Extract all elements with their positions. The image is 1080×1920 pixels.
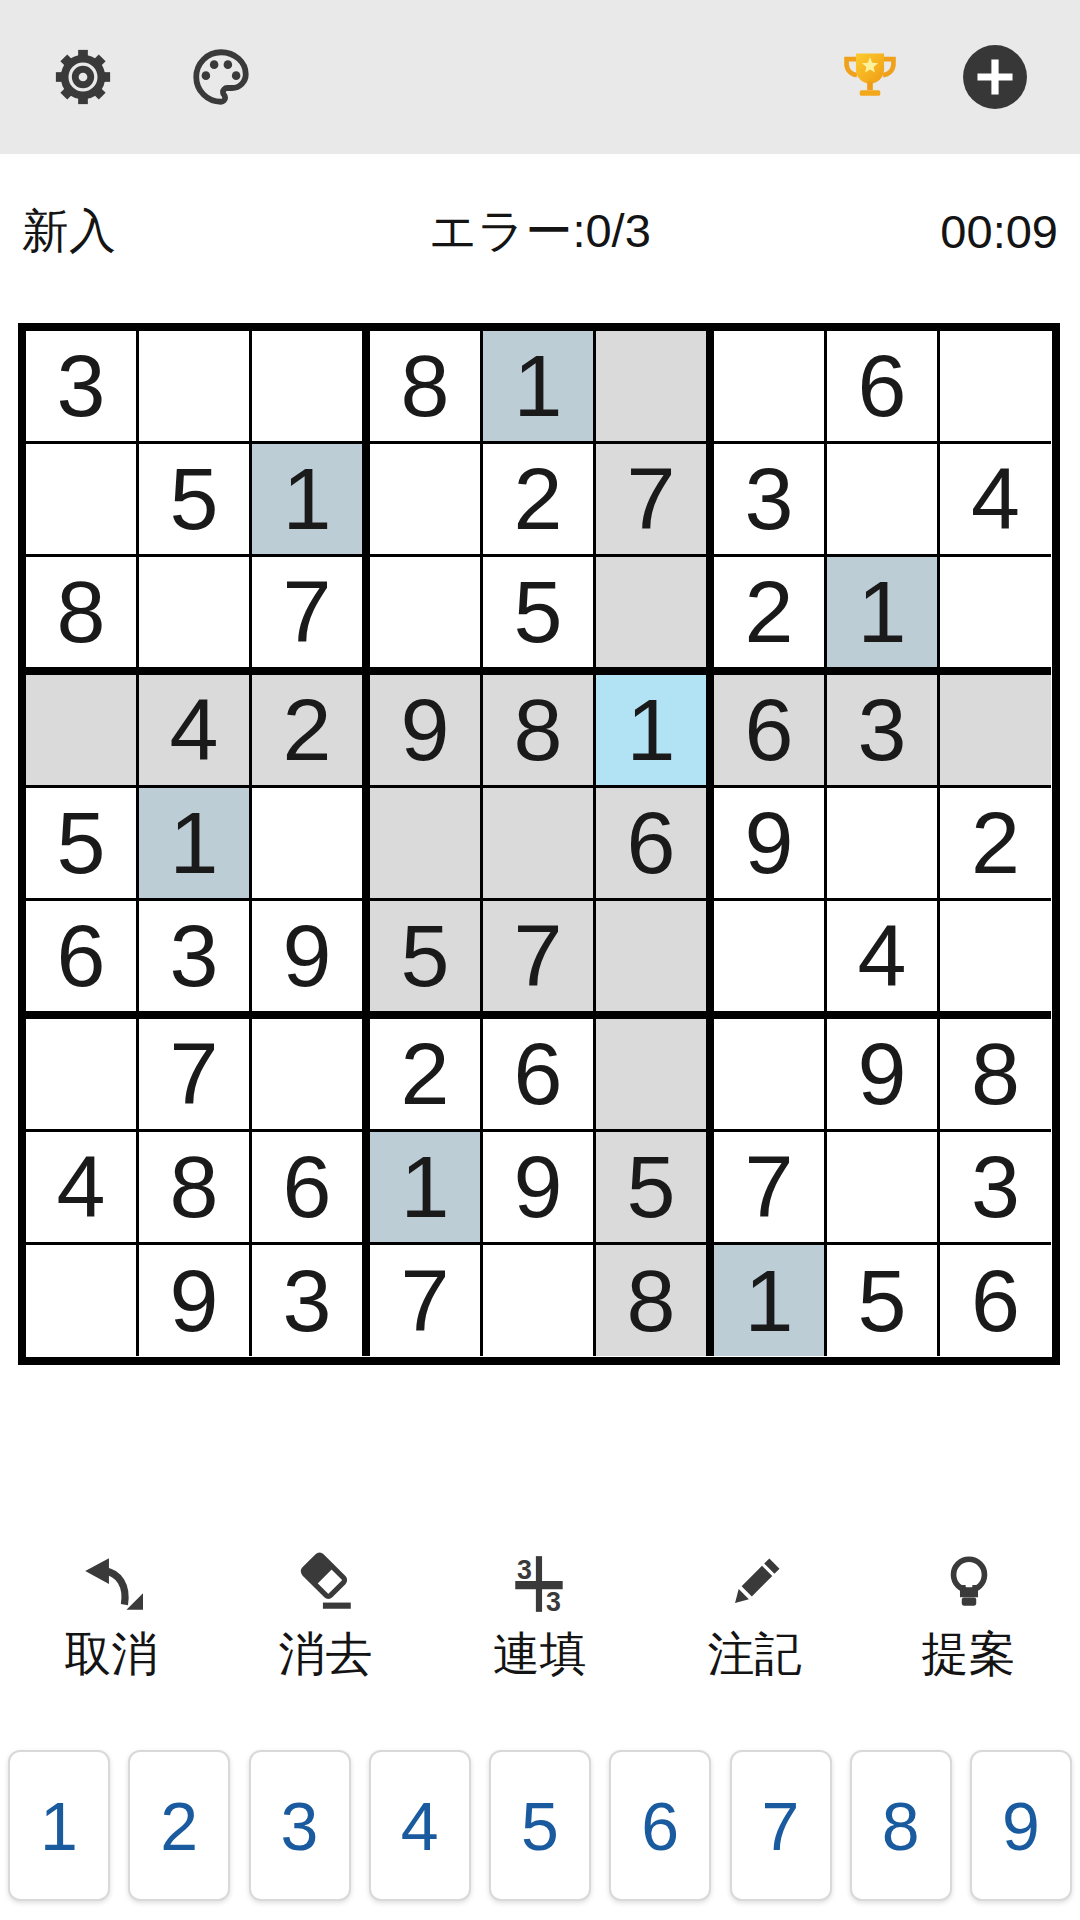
- status-bar: 新入 エラー:0/3 00:09: [0, 200, 1080, 263]
- hint-label: 提案: [922, 1623, 1016, 1686]
- cell-r4c5[interactable]: 8: [483, 675, 596, 788]
- cell-r7c2[interactable]: 7: [139, 1019, 252, 1132]
- settings-button[interactable]: [52, 46, 114, 108]
- cell-r2c1[interactable]: [26, 444, 139, 557]
- timer: 00:09: [713, 204, 1058, 259]
- cell-r6c4[interactable]: 5: [370, 901, 483, 1019]
- cell-r1c3[interactable]: [252, 331, 370, 444]
- cell-r8c3[interactable]: 6: [252, 1132, 370, 1245]
- cell-r4c6[interactable]: 1: [596, 675, 714, 788]
- theme-button[interactable]: [188, 44, 254, 110]
- eraser-icon: [293, 1551, 359, 1617]
- cell-r9c1[interactable]: [26, 1245, 139, 1356]
- cell-r9c5[interactable]: [483, 1245, 596, 1356]
- erase-label: 消去: [279, 1623, 373, 1686]
- cell-r6c2[interactable]: 3: [139, 901, 252, 1019]
- cell-r3c9[interactable]: [940, 557, 1051, 675]
- cell-r6c1[interactable]: 6: [26, 901, 139, 1019]
- sudoku-board: 3816512734875214298163516926395747269848…: [18, 323, 1060, 1365]
- cell-r5c7[interactable]: 9: [714, 788, 827, 901]
- cell-r9c2[interactable]: 9: [139, 1245, 252, 1356]
- toolbar: 取消 消去 3 3 連填 注記: [0, 1551, 1080, 1686]
- numpad-key-9[interactable]: 9: [970, 1750, 1072, 1901]
- undo-icon: [78, 1551, 144, 1617]
- cell-r6c7[interactable]: [714, 901, 827, 1019]
- plus-icon: [962, 44, 1028, 110]
- cell-r9c7[interactable]: 1: [714, 1245, 827, 1356]
- cell-r6c5[interactable]: 7: [483, 901, 596, 1019]
- numpad-key-4[interactable]: 4: [369, 1750, 471, 1901]
- cell-r7c1[interactable]: [26, 1019, 139, 1132]
- cell-r4c4[interactable]: 9: [370, 675, 483, 788]
- gear-icon: [52, 46, 114, 108]
- cell-r2c6[interactable]: 7: [596, 444, 714, 557]
- cell-r3c5[interactable]: 5: [483, 557, 596, 675]
- cell-r8c8[interactable]: [827, 1132, 940, 1245]
- cell-r1c2[interactable]: [139, 331, 252, 444]
- cell-r5c2[interactable]: 1: [139, 788, 252, 901]
- difficulty-label: 新入: [22, 200, 367, 263]
- cell-r5c6[interactable]: 6: [596, 788, 714, 901]
- cell-r8c5[interactable]: 9: [483, 1132, 596, 1245]
- numpad-key-3[interactable]: 3: [249, 1750, 351, 1901]
- cell-r9c9[interactable]: 6: [940, 1245, 1051, 1356]
- cell-r4c1[interactable]: [26, 675, 139, 788]
- cell-r2c5[interactable]: 2: [483, 444, 596, 557]
- cell-r3c1[interactable]: 8: [26, 557, 139, 675]
- cell-r3c8[interactable]: 1: [827, 557, 940, 675]
- cell-r1c8[interactable]: 6: [827, 331, 940, 444]
- cell-r2c4[interactable]: [370, 444, 483, 557]
- cell-r1c9[interactable]: [940, 331, 1051, 444]
- cell-r4c2[interactable]: 4: [139, 675, 252, 788]
- error-counter: エラー:0/3: [367, 200, 712, 263]
- cell-r5c5[interactable]: [483, 788, 596, 901]
- cell-r8c1[interactable]: 4: [26, 1132, 139, 1245]
- cell-r7c4[interactable]: 2: [370, 1019, 483, 1132]
- chain-fill-count-bottom: 3: [546, 1587, 561, 1617]
- cell-r2c2[interactable]: 5: [139, 444, 252, 557]
- cell-r2c3[interactable]: 1: [252, 444, 370, 557]
- cell-r6c3[interactable]: 9: [252, 901, 370, 1019]
- number-pad: 123456789: [0, 1750, 1080, 1901]
- cell-r1c7[interactable]: [714, 331, 827, 444]
- numpad-key-7[interactable]: 7: [730, 1750, 832, 1901]
- cell-r5c1[interactable]: 5: [26, 788, 139, 901]
- cell-r5c4[interactable]: [370, 788, 483, 901]
- cell-r8c6[interactable]: 5: [596, 1132, 714, 1245]
- cell-r5c8[interactable]: [827, 788, 940, 901]
- cell-r8c4[interactable]: 1: [370, 1132, 483, 1245]
- hint-button[interactable]: 提案: [862, 1551, 1076, 1686]
- numpad-key-5[interactable]: 5: [489, 1750, 591, 1901]
- cell-r6c9[interactable]: [940, 901, 1051, 1019]
- new-game-button[interactable]: [962, 44, 1028, 110]
- cell-r6c8[interactable]: 4: [827, 901, 940, 1019]
- trophy-icon: [840, 47, 900, 107]
- erase-button[interactable]: 消去: [218, 1551, 432, 1686]
- cell-r3c2[interactable]: [139, 557, 252, 675]
- cell-r2c8[interactable]: [827, 444, 940, 557]
- notes-label: 注記: [707, 1623, 801, 1686]
- cell-r9c6[interactable]: 8: [596, 1245, 714, 1356]
- cell-r1c1[interactable]: 3: [26, 331, 139, 444]
- cell-r1c6[interactable]: [596, 331, 714, 444]
- cell-r9c8[interactable]: 5: [827, 1245, 940, 1356]
- cell-r8c9[interactable]: 3: [940, 1132, 1051, 1245]
- cell-r8c7[interactable]: 7: [714, 1132, 827, 1245]
- cell-r1c4[interactable]: 8: [370, 331, 483, 444]
- top-bar: [0, 0, 1080, 154]
- achievements-button[interactable]: [840, 47, 900, 107]
- lightbulb-icon: [936, 1551, 1002, 1617]
- cell-r7c8[interactable]: 9: [827, 1019, 940, 1132]
- cell-r7c3[interactable]: [252, 1019, 370, 1132]
- cell-r1c5[interactable]: 1: [483, 331, 596, 444]
- palette-icon: [188, 44, 254, 110]
- cell-r9c4[interactable]: 7: [370, 1245, 483, 1356]
- numpad-key-8[interactable]: 8: [850, 1750, 952, 1901]
- chain-fill-label: 連填: [493, 1623, 587, 1686]
- numpad-key-2[interactable]: 2: [128, 1750, 230, 1901]
- cell-r4c3[interactable]: 2: [252, 675, 370, 788]
- cell-r4c8[interactable]: 3: [827, 675, 940, 788]
- undo-button[interactable]: 取消: [4, 1551, 218, 1686]
- pencil-icon: [721, 1551, 787, 1617]
- numpad-key-1[interactable]: 1: [8, 1750, 110, 1901]
- cell-r5c9[interactable]: 2: [940, 788, 1051, 901]
- cell-r5c3[interactable]: [252, 788, 370, 901]
- cell-r7c9[interactable]: 8: [940, 1019, 1051, 1132]
- notes-button[interactable]: 注記: [647, 1551, 861, 1686]
- chain-fill-icon: 3 3: [507, 1551, 573, 1617]
- undo-label: 取消: [64, 1623, 158, 1686]
- cell-r6c6[interactable]: [596, 901, 714, 1019]
- cell-r3c7[interactable]: 2: [714, 557, 827, 675]
- cell-r4c9[interactable]: [940, 675, 1051, 788]
- cell-r2c7[interactable]: 3: [714, 444, 827, 557]
- cell-r3c3[interactable]: 7: [252, 557, 370, 675]
- cell-r7c6[interactable]: [596, 1019, 714, 1132]
- chain-fill-button[interactable]: 3 3 連填: [433, 1551, 647, 1686]
- cell-r7c5[interactable]: 6: [483, 1019, 596, 1132]
- cell-r3c6[interactable]: [596, 557, 714, 675]
- cell-r8c2[interactable]: 8: [139, 1132, 252, 1245]
- cell-r4c7[interactable]: 6: [714, 675, 827, 788]
- cell-r3c4[interactable]: [370, 557, 483, 675]
- cell-r2c9[interactable]: 4: [940, 444, 1051, 557]
- chain-fill-count-top: 3: [517, 1555, 532, 1585]
- cell-r9c3[interactable]: 3: [252, 1245, 370, 1356]
- cell-r7c7[interactable]: [714, 1019, 827, 1132]
- numpad-key-6[interactable]: 6: [609, 1750, 711, 1901]
